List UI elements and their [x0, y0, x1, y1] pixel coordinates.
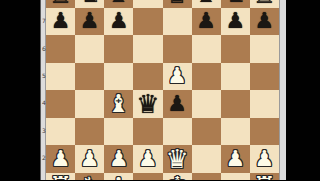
square-h6 [250, 35, 279, 63]
square-e1: ♚ [163, 173, 192, 181]
piece-black-pawn-c7: ♟ [109, 10, 129, 32]
square-g2: ♟ [221, 145, 250, 173]
square-g4 [221, 90, 250, 118]
piece-white-rook-a1: ♜ [49, 173, 72, 180]
piece-white-rook-h1: ♜ [253, 173, 276, 180]
square-c8: ♝ [104, 0, 133, 8]
piece-black-pawn-b7: ♟ [80, 10, 100, 32]
square-f1 [192, 173, 221, 181]
piece-white-bishop-c4: ♝ [108, 91, 130, 116]
piece-black-knight-g8: ♞ [224, 0, 246, 6]
square-b2: ♟ [75, 145, 104, 173]
piece-black-pawn-e4: ♟ [167, 93, 187, 115]
square-b1: ♞ [75, 173, 104, 181]
square-f5 [192, 63, 221, 91]
square-e5: ♟ [163, 63, 192, 91]
square-a8: ♜ [46, 0, 75, 8]
square-a5 [46, 63, 75, 91]
square-a3 [46, 118, 75, 146]
piece-white-pawn-c2: ♟ [109, 148, 129, 170]
piece-black-pawn-a7: ♟ [51, 10, 71, 32]
square-h8: ♜ [250, 0, 279, 8]
square-f3 [192, 118, 221, 146]
square-a4 [46, 90, 75, 118]
piece-white-king-e1: ♚ [165, 173, 188, 180]
rank-label-5: 5 [41, 73, 47, 79]
square-a6 [46, 35, 75, 63]
square-e8: ♚ [163, 0, 192, 8]
video-frame: ♜♞♝♚♝♞♜♟♟♟♟♟♟♟♝♛♟♟♟♟♟♛♟♟♜♞♝♚♜ 87654321 [0, 0, 320, 180]
piece-black-pawn-h7: ♟ [255, 10, 275, 32]
square-e3 [163, 118, 192, 146]
square-d1 [133, 173, 162, 181]
square-f6 [192, 35, 221, 63]
square-b6 [75, 35, 104, 63]
square-g5 [221, 63, 250, 91]
square-b7: ♟ [75, 8, 104, 36]
square-c5 [104, 63, 133, 91]
square-b5 [75, 63, 104, 91]
piece-white-bishop-c1: ♝ [108, 174, 130, 180]
square-c3 [104, 118, 133, 146]
square-h7: ♟ [250, 8, 279, 36]
piece-black-rook-h8: ♜ [253, 0, 276, 7]
square-d4: ♛ [133, 90, 162, 118]
square-e6 [163, 35, 192, 63]
square-c2: ♟ [104, 145, 133, 173]
square-f7: ♟ [192, 8, 221, 36]
square-c6 [104, 35, 133, 63]
piece-black-pawn-g7: ♟ [225, 10, 245, 32]
piece-white-pawn-g2: ♟ [225, 148, 245, 170]
square-a2: ♟ [46, 145, 75, 173]
rank-label-6: 6 [41, 46, 47, 52]
square-c4: ♝ [104, 90, 133, 118]
square-g7: ♟ [221, 8, 250, 36]
rank-label-2: 2 [41, 155, 47, 161]
rank-label-7: 7 [41, 18, 47, 24]
square-e4: ♟ [163, 90, 192, 118]
rank-label-strip: 87654321 [40, 0, 46, 180]
piece-black-knight-b8: ♞ [78, 0, 100, 6]
piece-black-pawn-f7: ♟ [196, 10, 216, 32]
square-c7: ♟ [104, 8, 133, 36]
square-f8: ♝ [192, 0, 221, 8]
piece-white-pawn-b2: ♟ [80, 148, 100, 170]
piece-white-pawn-h2: ♟ [255, 148, 275, 170]
square-h5 [250, 63, 279, 91]
piece-black-rook-a8: ♜ [49, 0, 72, 7]
square-g8: ♞ [221, 0, 250, 8]
square-b8: ♞ [75, 0, 104, 8]
square-e2: ♛ [163, 145, 192, 173]
piece-black-king-e8: ♚ [165, 0, 188, 7]
square-d3 [133, 118, 162, 146]
square-d5 [133, 63, 162, 91]
rank-label-3: 3 [41, 128, 47, 134]
piece-white-pawn-a2: ♟ [51, 148, 71, 170]
square-h1: ♜ [250, 173, 279, 181]
piece-white-pawn-d2: ♟ [138, 148, 158, 170]
square-e7 [163, 8, 192, 36]
board-right-border [279, 0, 286, 180]
square-h2: ♟ [250, 145, 279, 173]
square-f2 [192, 145, 221, 173]
piece-white-pawn-e5: ♟ [167, 65, 187, 87]
square-a1: ♜ [46, 173, 75, 181]
square-g3 [221, 118, 250, 146]
piece-white-knight-b1: ♞ [78, 174, 100, 180]
piece-black-queen-d4: ♛ [136, 91, 159, 117]
piece-white-queen-e2: ♛ [165, 146, 188, 172]
square-f4 [192, 90, 221, 118]
rank-label-4: 4 [41, 100, 47, 106]
square-d6 [133, 35, 162, 63]
square-d2: ♟ [133, 145, 162, 173]
square-h4 [250, 90, 279, 118]
square-d8 [133, 0, 162, 8]
chess-board: ♜♞♝♚♝♞♜♟♟♟♟♟♟♟♝♛♟♟♟♟♟♛♟♟♜♞♝♚♜ [46, 0, 279, 180]
piece-black-bishop-c8: ♝ [108, 0, 130, 6]
piece-black-bishop-f8: ♝ [195, 0, 217, 6]
square-b4 [75, 90, 104, 118]
square-g1 [221, 173, 250, 181]
square-b3 [75, 118, 104, 146]
square-h3 [250, 118, 279, 146]
square-a7: ♟ [46, 8, 75, 36]
square-g6 [221, 35, 250, 63]
square-c1: ♝ [104, 173, 133, 181]
square-d7 [133, 8, 162, 36]
